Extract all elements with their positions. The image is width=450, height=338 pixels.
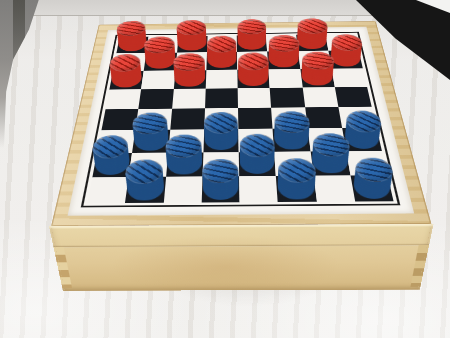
square-d3[interactable] (205, 70, 237, 89)
blue-checker[interactable] (277, 176, 315, 201)
square-h3[interactable] (331, 68, 367, 87)
blue-checker[interactable] (133, 130, 168, 152)
blue-checker[interactable] (126, 177, 164, 202)
square-c7[interactable] (166, 152, 204, 177)
box-lid-top (51, 21, 431, 226)
red-checker[interactable] (110, 71, 143, 89)
board-paper (68, 27, 415, 216)
square-d4[interactable] (205, 88, 238, 108)
blue-checker[interactable] (351, 176, 392, 201)
game-box (51, 21, 431, 226)
photo-scene (0, 0, 450, 338)
square-f8[interactable] (276, 176, 316, 202)
square-d6[interactable] (203, 129, 239, 152)
blue-checker[interactable] (203, 177, 239, 202)
red-checker[interactable] (268, 52, 299, 69)
square-e4[interactable] (238, 88, 272, 108)
red-checker[interactable] (117, 37, 147, 53)
square-d2[interactable] (206, 52, 237, 70)
square-b2[interactable] (144, 53, 177, 71)
square-e7[interactable] (239, 152, 276, 177)
box-front-panel (49, 224, 434, 291)
square-f4[interactable] (270, 87, 305, 107)
red-checker[interactable] (174, 70, 205, 88)
square-b6[interactable] (132, 130, 169, 153)
square-f6[interactable] (273, 129, 310, 152)
square-c5[interactable] (170, 108, 205, 129)
square-g4[interactable] (302, 87, 338, 107)
red-checker[interactable] (329, 51, 362, 68)
blue-checker[interactable] (167, 153, 202, 176)
square-g5[interactable] (305, 107, 342, 129)
square-e1[interactable] (237, 35, 268, 52)
square-d8[interactable] (201, 176, 239, 202)
red-checker[interactable] (145, 53, 176, 70)
red-checker[interactable] (297, 35, 328, 51)
red-checker[interactable] (207, 53, 236, 70)
blue-checker[interactable] (204, 130, 237, 152)
square-b8[interactable] (125, 177, 165, 203)
scene-3d (0, 0, 450, 338)
square-a4[interactable] (106, 89, 142, 109)
square-g1[interactable] (296, 34, 328, 51)
square-h4[interactable] (335, 87, 372, 107)
red-checker[interactable] (238, 36, 267, 52)
blue-checker[interactable] (240, 152, 275, 175)
square-h2[interactable] (328, 51, 363, 69)
red-checker[interactable] (178, 36, 207, 52)
red-checker[interactable] (301, 69, 334, 87)
square-g3[interactable] (300, 69, 335, 88)
square-c3[interactable] (173, 70, 206, 89)
square-e5[interactable] (238, 108, 273, 130)
red-checker[interactable] (238, 70, 269, 88)
lid-seam (53, 243, 430, 247)
square-b4[interactable] (139, 89, 174, 109)
square-c4[interactable] (172, 89, 206, 109)
square-h8[interactable] (350, 175, 393, 201)
square-g7[interactable] (310, 151, 350, 176)
blue-checker[interactable] (274, 129, 309, 151)
square-f2[interactable] (267, 51, 300, 69)
square-c1[interactable] (177, 36, 208, 53)
square-a3[interactable] (109, 71, 144, 90)
blue-checker[interactable] (311, 152, 349, 175)
checkers-board (87, 34, 393, 203)
square-e3[interactable] (237, 69, 270, 88)
